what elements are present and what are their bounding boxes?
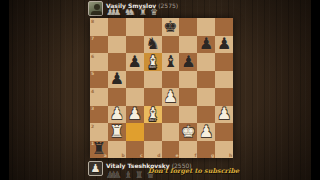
square-c8[interactable] [126,18,144,36]
square-h3[interactable]: ♟ [215,106,233,124]
top-player-avatar [88,1,103,16]
move-label-d6: Bd6 [148,65,157,70]
square-g7[interactable]: ♟ [197,36,215,54]
square-b4[interactable] [108,88,126,106]
square-a7[interactable]: 7 [90,36,108,54]
square-g8[interactable] [197,18,215,36]
square-b1[interactable]: b [108,141,126,159]
white-pawn-b3[interactable]: ♟ [108,106,126,124]
rank-label-4: 4 [91,89,94,94]
right-black-bar [311,0,320,180]
captured-bishop-icon: ♝ [124,171,132,180]
square-d7[interactable]: ♞ [144,36,162,54]
captured-queen-icon: ♛ [150,8,158,17]
top-captured-pieces: ♟♟♟♞♞♜♛ [106,8,161,17]
file-label-b: b [122,153,125,158]
square-c1[interactable]: c [126,141,144,159]
file-label-f: f [194,153,196,158]
square-a4[interactable]: 4 [90,88,108,106]
square-e3[interactable] [162,106,180,124]
square-c2[interactable] [126,123,144,141]
chess-board[interactable]: 8♚7♞♟♟6♟♝Bd6♝♟5♟4♟3♟♟♝Bd3♟2♜♚♟1a♜bcdefgh [90,18,233,158]
square-d3[interactable]: ♝Bd3 [144,106,162,124]
square-c3[interactable]: ♟ [126,106,144,124]
square-g3[interactable] [197,106,215,124]
square-a8[interactable]: 8 [90,18,108,36]
square-f6[interactable]: ♟ [179,53,197,71]
square-g2[interactable]: ♟ [197,123,215,141]
rank-label-1: 1 [91,141,94,146]
square-d5[interactable] [144,71,162,89]
square-a1[interactable]: 1a♜ [90,141,108,159]
white-pawn-c3[interactable]: ♟ [126,106,144,124]
captured-knight-icon: ♞ [128,8,136,17]
white-pawn-e4[interactable]: ♟ [162,88,180,106]
file-label-g: g [211,153,214,158]
black-pawn-h7[interactable]: ♟ [215,36,233,54]
white-pawn-h3[interactable]: ♟ [215,106,233,124]
video-frame: Vasily Smyslov(2575) ♟♟♟♞♞♜♛ 8♚7♞♟♟6♟♝Bd… [0,0,320,180]
square-b2[interactable]: ♜ [108,123,126,141]
white-king-f2[interactable]: ♚ [179,123,197,141]
file-label-e: e [175,153,178,158]
rank-label-6: 6 [91,54,94,59]
highlight-c2 [126,123,144,141]
square-h1[interactable]: h [215,141,233,159]
square-g5[interactable] [197,71,215,89]
captured-rook-icon: ♜ [135,171,143,180]
captured-knight-group: ♞♞ [124,8,136,17]
captured-pawn-icon: ♟ [113,8,121,17]
square-f4[interactable] [179,88,197,106]
square-e6[interactable]: ♝ [162,53,180,71]
file-label-d: d [157,153,160,158]
square-h6[interactable] [215,53,233,71]
square-h2[interactable] [215,123,233,141]
square-f8[interactable] [179,18,197,36]
black-pawn-c6[interactable]: ♟ [126,53,144,71]
file-label-c: c [140,153,143,158]
left-black-bar [0,0,9,180]
rank-label-3: 3 [91,106,94,111]
square-b6[interactable] [108,53,126,71]
black-bishop-e6[interactable]: ♝ [162,53,180,71]
square-e8[interactable]: ♚ [162,18,180,36]
square-c4[interactable] [126,88,144,106]
square-e2[interactable] [162,123,180,141]
captured-queen-group: ♛ [150,8,158,17]
square-b3[interactable]: ♟ [108,106,126,124]
square-d8[interactable] [144,18,162,36]
square-e7[interactable] [162,36,180,54]
square-f1[interactable]: f [179,141,197,159]
square-b5[interactable]: ♟ [108,71,126,89]
square-d4[interactable] [144,88,162,106]
captured-pawn-group: ♟♟♟ [106,171,121,180]
square-a5[interactable]: 5 [90,71,108,89]
black-pawn-b5[interactable]: ♟ [108,71,126,89]
black-pawn-g7[interactable]: ♟ [197,36,215,54]
captured-rook-group: ♜ [139,8,147,17]
square-f3[interactable] [179,106,197,124]
white-rook-b2[interactable]: ♜ [108,123,126,141]
square-a2[interactable]: 2 [90,123,108,141]
square-d6[interactable]: ♝Bd6 [144,53,162,71]
square-e5[interactable] [162,71,180,89]
square-f5[interactable] [179,71,197,89]
rank-label-2: 2 [91,124,94,129]
captured-pawn-icon: ♟ [113,171,121,180]
square-e4[interactable]: ♟ [162,88,180,106]
rank-label-8: 8 [91,19,94,24]
square-e1[interactable]: e [162,141,180,159]
subscribe-reminder-text: Don't forget to subscribe [148,167,234,175]
square-g6[interactable] [197,53,215,71]
avatar-body-silhouette [91,11,102,17]
black-king-e8[interactable]: ♚ [162,18,180,36]
avatar-head-silhouette [94,4,100,10]
captured-bishop-group: ♝ [124,171,132,180]
square-b7[interactable] [108,36,126,54]
square-g1[interactable]: g [197,141,215,159]
rank-label-7: 7 [91,36,94,41]
file-label-a: a [104,153,107,158]
captured-rook-group: ♜ [135,171,143,180]
bottom-player-avatar: ♟ [88,161,103,176]
square-c7[interactable] [126,36,144,54]
white-pawn-avatar-icon: ♟ [91,163,101,174]
square-h4[interactable] [215,88,233,106]
square-a3[interactable]: 3 [90,106,108,124]
rank-label-5: 5 [91,71,94,76]
file-label-h: h [229,153,232,158]
captured-pawn-group: ♟♟♟ [106,8,121,17]
black-pawn-f6[interactable]: ♟ [179,53,197,71]
top-player-rating: (2575) [158,2,178,9]
square-a6[interactable]: 6 [90,53,108,71]
square-g4[interactable] [197,88,215,106]
square-d1[interactable]: d [144,141,162,159]
white-pawn-g2[interactable]: ♟ [197,123,215,141]
square-b8[interactable] [108,18,126,36]
square-f7[interactable] [179,36,197,54]
square-h5[interactable] [215,71,233,89]
black-knight-d7[interactable]: ♞ [144,36,162,54]
square-h8[interactable] [215,18,233,36]
square-c5[interactable] [126,71,144,89]
square-h7[interactable]: ♟ [215,36,233,54]
square-f2[interactable]: ♚ [179,123,197,141]
square-c6[interactable]: ♟ [126,53,144,71]
captured-rook-icon: ♜ [139,8,147,17]
move-label-d3: Bd3 [148,118,157,123]
square-d2[interactable] [144,123,162,141]
